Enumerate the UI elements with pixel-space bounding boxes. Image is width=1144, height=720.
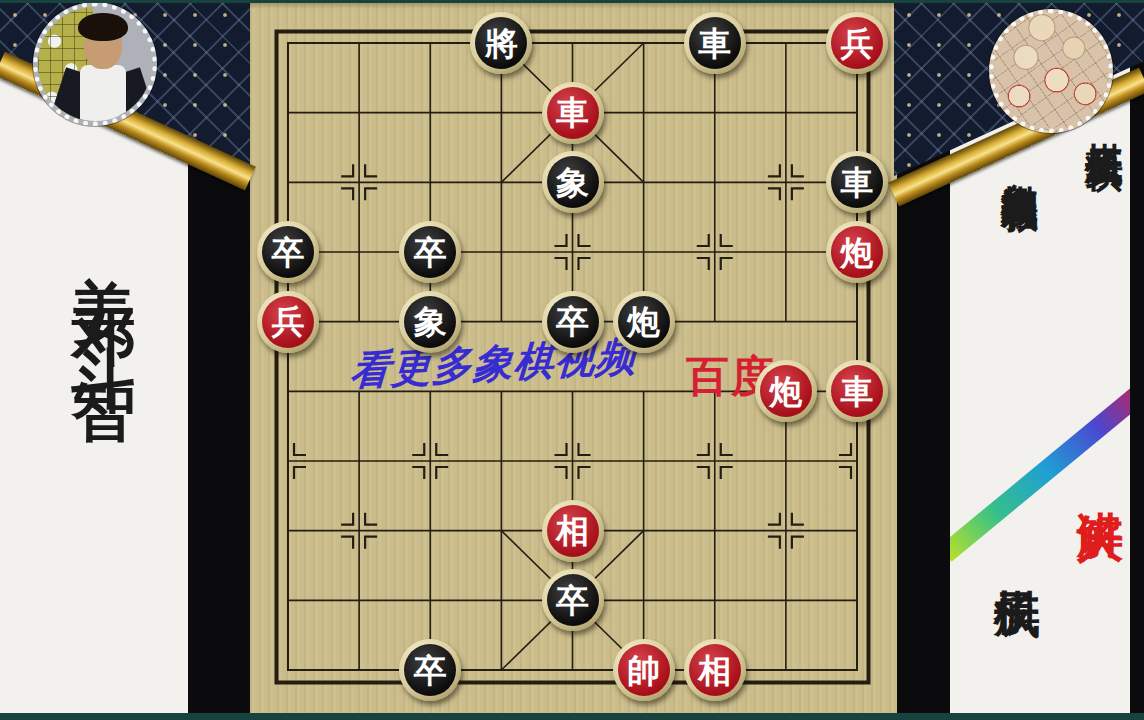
piece-black-炮-f5r4[interactable]: 炮	[613, 291, 675, 353]
piece-red-相-f4r7[interactable]: 相	[542, 500, 604, 562]
rainbow-ribbon	[950, 378, 1130, 561]
piece-red-帥-f5r9[interactable]: 帥	[613, 639, 675, 701]
piece-black-卒-f4r8[interactable]: 卒	[542, 569, 604, 631]
video-frame: 姜邓斗智 看更多象棋视频 百度 將車兵車象車卒卒炮兵象卒炮炮車相卒卒帥相 棋疯子…	[0, 0, 1144, 720]
piece-red-炮-f8r3[interactable]: 炮	[826, 221, 888, 283]
right-black-edge	[1130, 0, 1144, 720]
chess-photo-avatar[interactable]	[989, 9, 1113, 133]
piece-black-車-f6r0[interactable]: 車	[684, 12, 746, 74]
piece-red-車-f8r5[interactable]: 車	[826, 360, 888, 422]
bottom-edge-bar	[0, 713, 1144, 720]
left-panel-title: 姜邓斗智	[61, 222, 148, 366]
xiangqi-board[interactable]: 看更多象棋视频 百度 將車兵車象車卒卒炮兵象卒炮炮車相卒卒帥相	[250, 0, 897, 720]
piece-red-兵-f0r4[interactable]: 兵	[257, 291, 319, 353]
piece-red-相-f6r9[interactable]: 相	[684, 639, 746, 701]
piece-black-車-f8r2[interactable]: 車	[826, 151, 888, 213]
presenter-name: 棋疯子	[987, 552, 1049, 558]
presenter-label: 讲解人	[1070, 474, 1132, 486]
avatar-shirt	[80, 65, 126, 121]
piece-red-兵-f8r0[interactable]: 兵	[826, 12, 888, 74]
piece-black-卒-f2r9[interactable]: 卒	[399, 639, 461, 701]
piece-red-車-f4r1[interactable]: 車	[542, 82, 604, 144]
piece-black-卒-f4r4[interactable]: 卒	[542, 291, 604, 353]
piece-black-卒-f0r3[interactable]: 卒	[257, 221, 319, 283]
piece-black-象-f4r2[interactable]: 象	[542, 151, 604, 213]
presenter-avatar[interactable]	[33, 2, 157, 126]
top-edge-bar	[0, 0, 1144, 3]
piece-black-卒-f2r3[interactable]: 卒	[399, 221, 461, 283]
avatar-hair	[78, 13, 128, 41]
piece-black-象-f2r4[interactable]: 象	[399, 291, 461, 353]
piece-red-炮-f7r5[interactable]: 炮	[755, 360, 817, 422]
piece-black-將-f3r0[interactable]: 將	[470, 12, 532, 74]
